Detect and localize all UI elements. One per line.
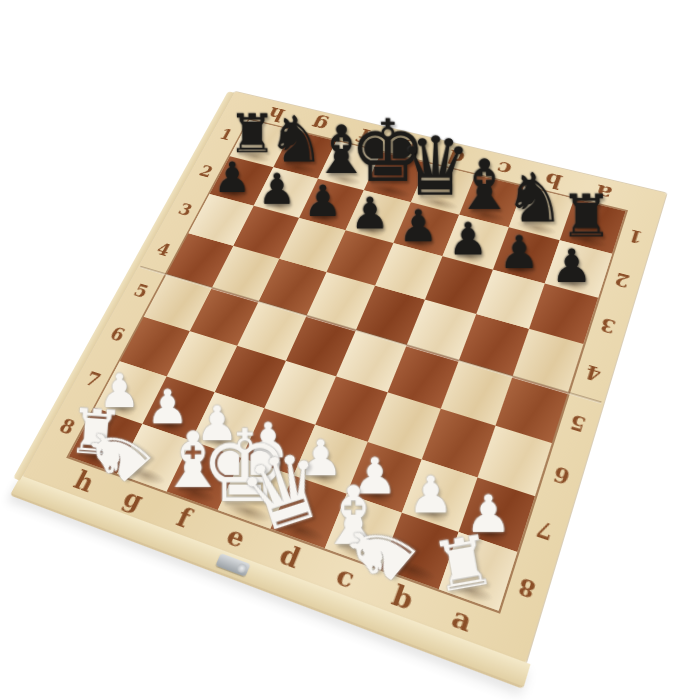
piece-black-pawn-a2[interactable]: ♟ xyxy=(551,243,592,289)
piece-black-pawn-h2[interactable]: ♟ xyxy=(213,156,251,198)
photo-stage: ♜♞♝♚♛♝♞♜♟♟♟♟♟♟♟♟♟♟♟♟♟♟♟♟♜♞♝♚♛♝♞♜ 1122334… xyxy=(0,0,700,700)
metal-clasp-icon xyxy=(215,553,250,577)
rank-label-left-4: 4 xyxy=(154,240,174,258)
rank-label-right-8: 8 xyxy=(516,574,538,601)
file-label-bottom-d: d xyxy=(276,540,304,572)
piece-black-pawn-g2[interactable]: ♟ xyxy=(258,168,296,211)
rank-label-right-5: 5 xyxy=(568,411,589,434)
rank-label-left-6: 6 xyxy=(107,324,128,344)
rank-label-right-3: 3 xyxy=(598,315,618,336)
file-label-bottom-e: e xyxy=(223,521,250,552)
rank-label-left-5: 5 xyxy=(131,281,151,300)
rank-label-right-2: 2 xyxy=(613,270,632,290)
piece-black-pawn-f2[interactable]: ♟ xyxy=(304,179,343,222)
chess-board: ♜♞♝♚♛♝♞♜♟♟♟♟♟♟♟♟♟♟♟♟♟♟♟♟♜♞♝♚♛♝♞♜ 1122334… xyxy=(22,92,667,664)
file-label-bottom-a: a xyxy=(448,602,475,637)
piece-black-pawn-d2[interactable]: ♟ xyxy=(399,204,439,248)
piece-black-pawn-c2[interactable]: ♟ xyxy=(448,216,488,261)
file-label-bottom-b: b xyxy=(389,580,418,614)
rank-label-right-4: 4 xyxy=(583,362,603,384)
piece-white-pawn-b7[interactable]: ♟ xyxy=(408,469,454,520)
rank-label-right-1: 1 xyxy=(626,227,645,246)
rank-label-right-6: 6 xyxy=(551,463,572,488)
file-label-bottom-f: f xyxy=(173,503,195,531)
rank-label-left-3: 3 xyxy=(176,201,195,219)
piece-black-pawn-b2[interactable]: ♟ xyxy=(499,229,540,275)
file-label-bottom-g: g xyxy=(119,484,147,514)
rank-label-right-7: 7 xyxy=(534,517,556,543)
piece-black-pawn-e2[interactable]: ♟ xyxy=(350,191,389,235)
piece-white-rook-a8[interactable]: ♜ xyxy=(426,524,499,603)
